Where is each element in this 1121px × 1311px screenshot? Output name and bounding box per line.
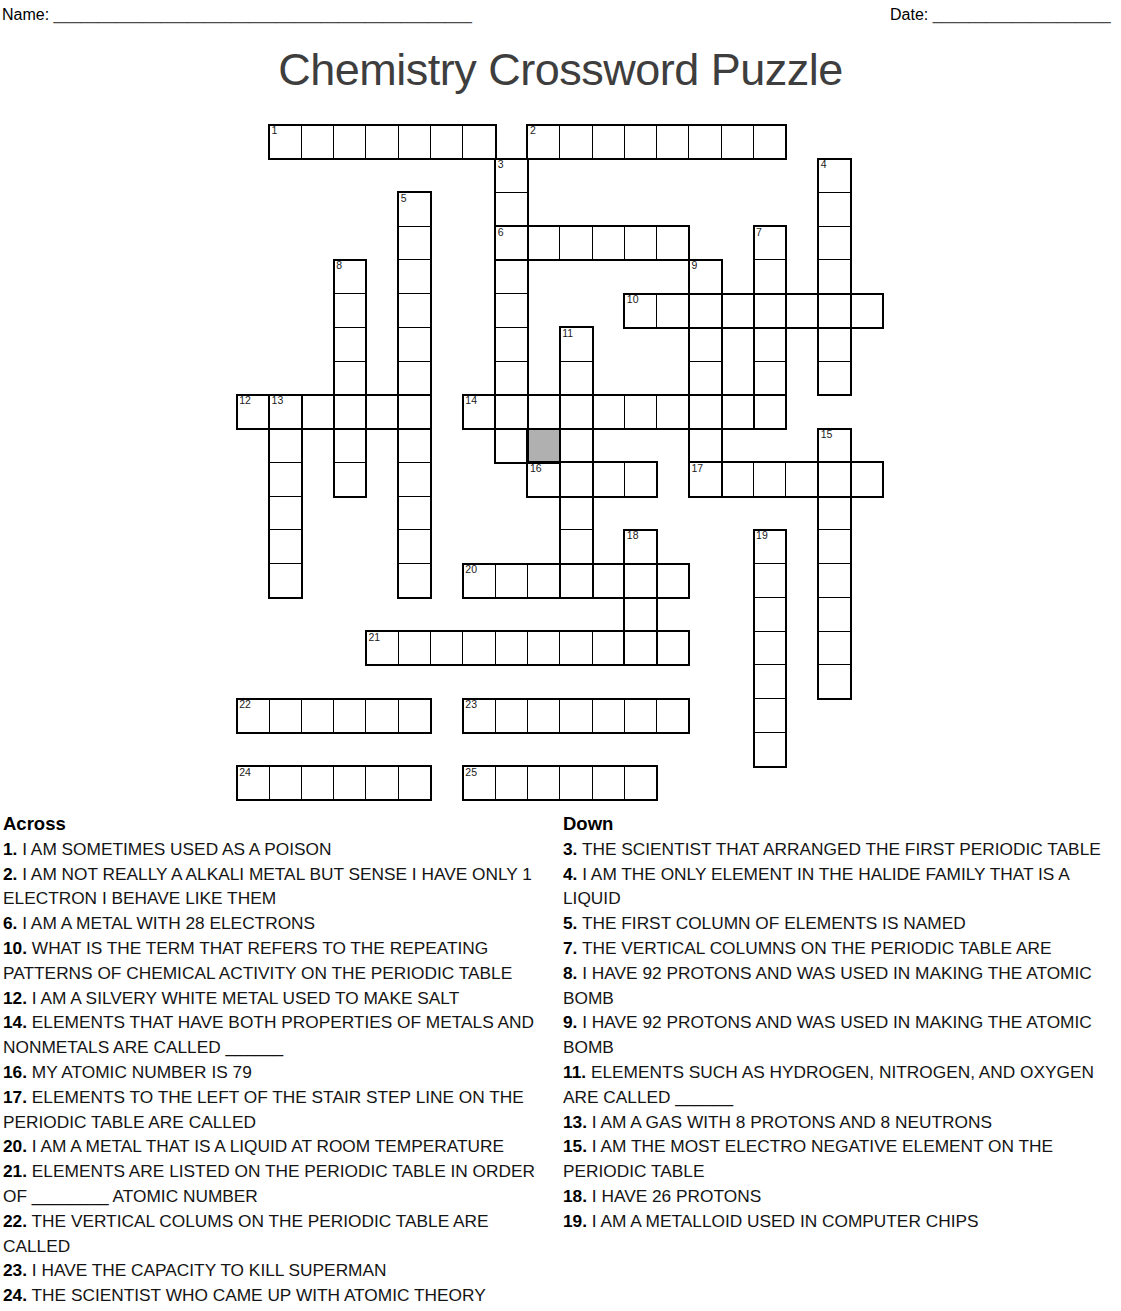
grid-cell[interactable] (559, 631, 593, 666)
grid-cell[interactable] (818, 597, 852, 632)
grid-cell[interactable] (818, 327, 852, 362)
cell-number: 12 (239, 395, 251, 406)
clue-number: 9. (563, 1012, 577, 1032)
cell-number: 13 (272, 395, 284, 406)
grid-cell[interactable] (333, 293, 367, 328)
cell-number: 5 (401, 193, 407, 204)
grid-cell[interactable] (818, 462, 852, 497)
grid-cell[interactable] (753, 293, 787, 328)
clue-down-15: 15. I AM THE MOST ELECTRO NEGATIVE ELEME… (563, 1134, 1119, 1184)
grid-cell[interactable]: 24 (236, 766, 270, 801)
grid-cell[interactable] (656, 124, 690, 159)
grid-cell[interactable] (495, 766, 529, 801)
clue-number: 22. (3, 1211, 27, 1231)
clue-across-14: 14. ELEMENTS THAT HAVE BOTH PROPERTIES O… (3, 1010, 560, 1060)
grid-cell[interactable] (495, 631, 529, 666)
grid-cell[interactable] (753, 597, 787, 632)
grid-cell[interactable] (818, 192, 852, 227)
cell-number: 21 (368, 632, 380, 643)
grid-cell[interactable]: 2 (527, 124, 561, 159)
grid-cell[interactable] (656, 563, 690, 598)
grid-cell[interactable] (301, 124, 335, 159)
grid-cell[interactable] (269, 529, 303, 564)
grid-cell[interactable] (398, 428, 432, 463)
grid-cell[interactable] (559, 529, 593, 564)
grid-cell[interactable] (753, 698, 787, 733)
grid-cell[interactable] (398, 327, 432, 362)
grid-cell[interactable] (559, 563, 593, 598)
grid-cell[interactable] (753, 732, 787, 767)
grid-cell[interactable] (624, 698, 658, 733)
grid-cell[interactable]: 16 (527, 462, 561, 497)
grid-cell[interactable] (398, 226, 432, 261)
grid-cell[interactable] (333, 428, 367, 463)
grid-cell[interactable] (753, 631, 787, 666)
grid-cell[interactable] (753, 462, 787, 497)
clue-across-10: 10. WHAT IS THE TERM THAT REFERS TO THE … (3, 936, 560, 986)
clue-down-8: 8. I HAVE 92 PROTONS AND WAS USED IN MAK… (563, 961, 1119, 1011)
grid-cell[interactable] (495, 428, 529, 463)
date-label: Date: (890, 6, 928, 23)
clue-number: 11. (563, 1062, 586, 1082)
clue-across-2: 2. I AM NOT REALLY A ALKALI METAL BUT SE… (3, 862, 560, 912)
grid-cell[interactable]: 1 (269, 124, 303, 159)
grid-cell[interactable] (656, 394, 690, 429)
grid-cell[interactable] (398, 462, 432, 497)
clue-down-13: 13. I AM A GAS WITH 8 PROTONS AND 8 NEUT… (563, 1110, 1119, 1135)
grid-cell[interactable] (818, 631, 852, 666)
grid-cell[interactable] (753, 664, 787, 699)
cell-number: 23 (465, 699, 477, 710)
grid-cell[interactable] (398, 563, 432, 598)
clue-number: 8. (563, 963, 577, 983)
cell-number: 24 (239, 767, 251, 778)
grid-cell[interactable] (527, 226, 561, 261)
grid-cell[interactable] (688, 428, 722, 463)
grid-cell[interactable] (818, 496, 852, 531)
grid-cell[interactable] (721, 394, 755, 429)
grid-cell[interactable] (301, 698, 335, 733)
clue-number: 14. (3, 1012, 27, 1032)
clue-number: 15. (563, 1136, 587, 1156)
grid-cell[interactable] (624, 563, 658, 598)
grid-cell[interactable] (818, 563, 852, 598)
cell-number: 11 (562, 328, 573, 339)
grid-cell[interactable] (495, 394, 529, 429)
crossword-grid: 1234567891011121314151617181920212223242… (237, 125, 885, 802)
clue-down-7: 7. THE VERTICAL COLUMNS ON THE PERIODIC … (563, 936, 1119, 961)
grid-cell[interactable]: 17 (688, 462, 722, 497)
grid-cell[interactable]: 11 (559, 327, 593, 362)
cell-number: 1 (272, 125, 278, 136)
grid-cell[interactable]: 13 (269, 394, 303, 429)
cell-number: 4 (821, 159, 827, 170)
cell-number: 15 (821, 429, 833, 440)
grid-cell[interactable]: 5 (398, 192, 432, 227)
grid-cell[interactable] (753, 259, 787, 294)
cell-number: 10 (627, 294, 639, 305)
grid-cell[interactable] (721, 462, 755, 497)
grid-cell[interactable] (559, 496, 593, 531)
date-blank-line: ____________________ (933, 6, 1111, 23)
grid-cell[interactable] (818, 664, 852, 699)
grid-cell[interactable] (269, 766, 303, 801)
clues-down-section: Down 3. THE SCIENTIST THAT ARRANGED THE … (563, 812, 1119, 1234)
grid-cell[interactable] (592, 462, 626, 497)
clue-across-6: 6. I AM A METAL WITH 28 ELECTRONS (3, 911, 560, 936)
clue-across-22: 22. THE VERTICAL COLUMS ON THE PERIODIC … (3, 1209, 560, 1259)
grid-cell[interactable] (753, 394, 787, 429)
cell-number: 22 (239, 699, 251, 710)
grid-cell[interactable] (495, 192, 529, 227)
clue-down-5: 5. THE FIRST COLUMN OF ELEMENTS IS NAMED (563, 911, 1119, 936)
name-label: Name: (2, 6, 49, 23)
grid-cell[interactable] (559, 698, 593, 733)
clue-number: 13. (563, 1112, 587, 1132)
cell-number: 8 (336, 260, 342, 271)
grid-cell[interactable] (592, 698, 626, 733)
grid-cell[interactable] (592, 631, 626, 666)
grid-cell[interactable] (656, 226, 690, 261)
grid-cell[interactable]: 12 (236, 394, 270, 429)
clue-number: 21. (3, 1161, 27, 1181)
grid-cell[interactable] (688, 327, 722, 362)
grid-cell[interactable] (656, 631, 690, 666)
date-row: Date: ____________________ (890, 6, 1111, 24)
grid-cell[interactable] (398, 766, 432, 801)
cell-number: 3 (498, 159, 504, 170)
clues-across-section: Across 1. I AM SOMETIMES USED AS A POISO… (3, 812, 560, 1311)
grid-cell[interactable] (818, 529, 852, 564)
grid-cell[interactable] (753, 563, 787, 598)
grid-cell[interactable]: 20 (462, 563, 496, 598)
clue-across-24: 24. THE SCIENTIST WHO CAME UP WITH ATOMI… (3, 1283, 560, 1308)
grid-cell[interactable] (365, 698, 399, 733)
grid-cell[interactable] (592, 766, 626, 801)
grid-cell[interactable] (624, 124, 658, 159)
clue-number: 5. (563, 913, 577, 933)
grid-cell[interactable] (656, 293, 690, 328)
clue-number: 20. (3, 1136, 27, 1156)
grid-cell[interactable]: 23 (462, 698, 496, 733)
clue-across-16: 16. MY ATOMIC NUMBER IS 79 (3, 1060, 560, 1085)
clue-across-20: 20. I AM A METAL THAT IS A LIQUID AT ROO… (3, 1134, 560, 1159)
clue-down-19: 19. I AM A METALLOID USED IN COMPUTER CH… (563, 1209, 1119, 1234)
grid-cell[interactable] (559, 124, 593, 159)
grid-cell[interactable] (527, 394, 561, 429)
grid-cell[interactable] (527, 631, 561, 666)
grid-cell[interactable] (753, 327, 787, 362)
grid-cell[interactable] (592, 124, 626, 159)
cell-number: 17 (691, 463, 703, 474)
grid-cell[interactable]: 22 (236, 698, 270, 733)
grid-cell[interactable] (785, 293, 819, 328)
cell-number: 6 (498, 227, 504, 238)
grid-cell[interactable]: 7 (753, 226, 787, 261)
grid-cell[interactable] (559, 394, 593, 429)
clue-number: 12. (3, 988, 27, 1008)
cell-number: 19 (756, 530, 768, 541)
grid-cell[interactable] (688, 293, 722, 328)
clue-number: 19. (563, 1211, 587, 1231)
name-row: Name: __________________________________… (2, 6, 472, 24)
grid-cell[interactable]: 3 (495, 158, 529, 193)
grid-cell[interactable] (398, 698, 432, 733)
cell-number: 2 (530, 125, 536, 136)
grid-cell[interactable] (495, 259, 529, 294)
grid-cell[interactable] (430, 124, 464, 159)
grid-cell[interactable] (398, 394, 432, 429)
grid-cell[interactable] (624, 394, 658, 429)
clue-number: 7. (563, 938, 577, 958)
grid-cell[interactable] (624, 631, 658, 666)
grid-cell[interactable] (462, 124, 496, 159)
grid-cell[interactable] (624, 766, 658, 801)
grid-cell[interactable] (301, 394, 335, 429)
grid-cell[interactable] (624, 226, 658, 261)
grid-cell[interactable] (495, 327, 529, 362)
clue-number: 3. (563, 839, 577, 859)
grid-cell[interactable] (495, 361, 529, 396)
grid-cell[interactable] (818, 226, 852, 261)
grid-cell[interactable] (365, 394, 399, 429)
grid-cell[interactable] (559, 462, 593, 497)
grid-cell[interactable] (462, 631, 496, 666)
grid-cell[interactable] (365, 124, 399, 159)
grid-cell[interactable] (495, 563, 529, 598)
grid-cell[interactable]: 9 (688, 259, 722, 294)
grid-cell[interactable] (333, 698, 367, 733)
grid-cell[interactable] (624, 462, 658, 497)
grid-cell[interactable] (721, 124, 755, 159)
clue-number: 1. (3, 839, 17, 859)
grid-cell[interactable] (527, 698, 561, 733)
clue-down-3: 3. THE SCIENTIST THAT ARRANGED THE FIRST… (563, 837, 1119, 862)
grid-cell[interactable] (430, 631, 464, 666)
clue-across-17: 17. ELEMENTS TO THE LEFT OF THE STAIR ST… (3, 1085, 560, 1135)
grid-cell[interactable] (398, 529, 432, 564)
grid-cell[interactable] (495, 698, 529, 733)
grid-cell[interactable] (398, 124, 432, 159)
grid-cell[interactable] (592, 563, 626, 598)
grid-cell[interactable] (398, 259, 432, 294)
grid-cell[interactable] (818, 259, 852, 294)
grid-cell[interactable] (785, 462, 819, 497)
grid-cell[interactable] (333, 394, 367, 429)
grid-cell[interactable] (592, 394, 626, 429)
grid-cell[interactable]: 15 (818, 428, 852, 463)
grid-cell[interactable] (398, 496, 432, 531)
clue-across-23: 23. I HAVE THE CAPACITY TO KILL SUPERMAN (3, 1258, 560, 1283)
grid-cell[interactable]: 19 (753, 529, 787, 564)
grid-cell[interactable]: 4 (818, 158, 852, 193)
cell-number: 9 (691, 260, 697, 271)
clue-number: 23. (3, 1260, 27, 1280)
grid-cell[interactable] (269, 496, 303, 531)
cell-number: 16 (530, 463, 542, 474)
grid-cell[interactable]: 10 (624, 293, 658, 328)
grid-cell[interactable] (398, 361, 432, 396)
grid-cell[interactable] (269, 462, 303, 497)
grid-cell[interactable]: 25 (462, 766, 496, 801)
clue-across-1: 1. I AM SOMETIMES USED AS A POISON (3, 837, 560, 862)
grid-cell[interactable]: 21 (365, 631, 399, 666)
grid-cell[interactable] (818, 293, 852, 328)
grid-cell[interactable] (688, 361, 722, 396)
grid-cell[interactable] (527, 563, 561, 598)
grid-cell[interactable] (850, 293, 884, 328)
clue-number: 24. (3, 1285, 27, 1305)
grid-cell[interactable] (656, 698, 690, 733)
clue-number: 17. (3, 1087, 27, 1107)
grid-cell[interactable]: 18 (624, 529, 658, 564)
grid-cell[interactable] (559, 226, 593, 261)
clue-down-11: 11. ELEMENTS SUCH AS HYDROGEN, NITROGEN,… (563, 1060, 1119, 1110)
grid-cell[interactable] (559, 428, 593, 463)
grid-cell[interactable] (850, 462, 884, 497)
grid-cell[interactable] (559, 766, 593, 801)
clue-number: 10. (3, 938, 27, 958)
clue-number: 18. (563, 1186, 587, 1206)
grid-cell[interactable] (527, 766, 561, 801)
grid-cell[interactable] (333, 361, 367, 396)
grid-cell[interactable] (398, 631, 432, 666)
grid-cell[interactable] (721, 293, 755, 328)
clue-down-18: 18. I HAVE 26 PROTONS (563, 1184, 1119, 1209)
grid-cell[interactable] (333, 327, 367, 362)
grid-cell[interactable] (495, 293, 529, 328)
clues-down-list: 3. THE SCIENTIST THAT ARRANGED THE FIRST… (563, 837, 1119, 1234)
grid-cell[interactable] (688, 394, 722, 429)
cell-number: 18 (627, 530, 639, 541)
across-heading: Across (3, 812, 560, 837)
grid-cell[interactable] (592, 226, 626, 261)
grid-cell[interactable] (333, 462, 367, 497)
grid-cell[interactable] (688, 124, 722, 159)
clue-across-21: 21. ELEMENTS ARE LISTED ON THE PERIODIC … (3, 1159, 560, 1209)
clue-number: 16. (3, 1062, 27, 1082)
clue-down-9: 9. I HAVE 92 PROTONS AND WAS USED IN MAK… (563, 1010, 1119, 1060)
clue-number: 6. (3, 913, 17, 933)
grid-cell[interactable] (365, 766, 399, 801)
name-blank-line: ________________________________________… (54, 6, 472, 23)
grid-cell[interactable] (333, 124, 367, 159)
selected-cell[interactable] (527, 428, 561, 463)
grid-cell[interactable] (269, 698, 303, 733)
clue-across-12: 12. I AM A SILVERY WHITE METAL USED TO M… (3, 986, 560, 1011)
grid-cell[interactable] (818, 361, 852, 396)
grid-cell[interactable] (269, 428, 303, 463)
clue-number: 4. (563, 864, 577, 884)
grid-cell[interactable] (333, 766, 367, 801)
grid-cell[interactable]: 6 (495, 226, 529, 261)
grid-cell[interactable] (301, 766, 335, 801)
cell-number: 20 (465, 564, 477, 575)
grid-cell[interactable] (559, 361, 593, 396)
cell-number: 14 (465, 395, 477, 406)
page-title: Chemistry Crossword Puzzle (0, 44, 1121, 96)
clues-across-list: 1. I AM SOMETIMES USED AS A POISON2. I A… (3, 837, 560, 1311)
down-heading: Down (563, 812, 1119, 837)
clue-down-4: 4. I AM THE ONLY ELEMENT IN THE HALIDE F… (563, 862, 1119, 912)
grid-cell[interactable] (269, 563, 303, 598)
cell-number: 25 (465, 767, 477, 778)
clue-number: 2. (3, 864, 17, 884)
grid-cell[interactable]: 8 (333, 259, 367, 294)
grid-cell[interactable] (753, 124, 787, 159)
grid-cell[interactable] (624, 597, 658, 632)
cell-number: 7 (756, 227, 762, 238)
grid-cell[interactable]: 14 (462, 394, 496, 429)
grid-cell[interactable] (753, 361, 787, 396)
grid-cell[interactable] (398, 293, 432, 328)
